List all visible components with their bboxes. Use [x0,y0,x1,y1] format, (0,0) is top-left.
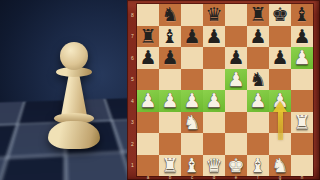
square-b3[interactable] [159,112,181,134]
black-pawn: ♟ [293,26,310,47]
black-pawn: ♟ [161,47,178,68]
square-b1[interactable]: ♜ [159,155,181,177]
square-b6[interactable]: ♟ [159,47,181,69]
square-a2[interactable] [137,133,159,155]
square-f5[interactable]: ♞ [247,69,269,91]
black-pawn: ♟ [139,47,156,68]
rank-label: 6 [129,47,136,69]
white-pawn: ♟ [161,90,178,111]
white-pawn: ♟ [183,90,200,111]
square-e4[interactable] [225,90,247,112]
square-e7[interactable] [225,26,247,48]
rank-label: 8 [129,4,136,26]
square-b8[interactable]: ♞ [159,4,181,26]
square-h2[interactable] [291,133,313,155]
black-pawn: ♟ [183,26,200,47]
white-pawn: ♟ [249,90,266,111]
white-pawn: ♟ [205,90,222,111]
black-bishop: ♝ [161,26,178,47]
square-f4[interactable]: ♟ [247,90,269,112]
white-pawn: ♟ [139,90,156,111]
square-c1[interactable]: ♝ [181,155,203,177]
square-a7[interactable]: ♜ [137,26,159,48]
file-label: g [269,176,291,180]
square-g5[interactable] [269,69,291,91]
rank-label: 7 [129,26,136,48]
square-h8[interactable]: ♝ [291,4,313,26]
black-bishop: ♝ [293,4,310,25]
file-labels: abcdefgh [137,176,313,180]
square-a5[interactable] [137,69,159,91]
pawn-photo [0,0,128,180]
square-e5[interactable]: ♟ [225,69,247,91]
white-rook: ♜ [161,155,178,176]
white-bishop: ♝ [183,155,200,176]
black-pawn: ♟ [271,47,288,68]
square-a6[interactable]: ♟ [137,47,159,69]
file-label: b [159,176,181,180]
white-rook: ♜ [293,112,310,133]
board-frame: 87654321 ♞♛♜♚♝♜♝♟♟♟♟♟♟♟♟♟♟♞♟♟♟♟♟♟♞♜♜♝♛♚♝… [127,0,320,180]
white-queen: ♛ [205,155,222,176]
square-f1[interactable]: ♝ [247,155,269,177]
square-g8[interactable]: ♚ [269,4,291,26]
black-pawn: ♟ [205,26,222,47]
black-rook: ♜ [139,26,156,47]
black-queen: ♛ [205,4,222,25]
white-pawn: ♟ [293,47,310,68]
square-f2[interactable] [247,133,269,155]
square-c2[interactable] [181,133,203,155]
file-label: f [247,176,269,180]
rank-label: 4 [129,90,136,112]
square-f8[interactable]: ♜ [247,4,269,26]
rank-label: 1 [129,155,136,177]
file-label: d [203,176,225,180]
square-d5[interactable] [203,69,225,91]
square-b4[interactable]: ♟ [159,90,181,112]
square-b2[interactable] [159,133,181,155]
square-h4[interactable] [291,90,313,112]
pawn-head [60,42,88,70]
square-g7[interactable] [269,26,291,48]
chess-board: ♞♛♜♚♝♜♝♟♟♟♟♟♟♟♟♟♟♞♟♟♟♟♟♟♞♜♜♝♛♚♝♞ [137,4,313,176]
square-c7[interactable]: ♟ [181,26,203,48]
black-pawn: ♟ [249,26,266,47]
video-thumbnail: 87654321 ♞♛♜♚♝♜♝♟♟♟♟♟♟♟♟♟♟♞♟♟♟♟♟♟♞♜♜♝♛♚♝… [0,0,320,180]
square-d8[interactable]: ♛ [203,4,225,26]
square-g2[interactable] [269,133,291,155]
square-g3[interactable] [269,112,291,134]
white-king: ♚ [227,155,244,176]
square-a1[interactable] [137,155,159,177]
square-c8[interactable] [181,4,203,26]
square-d6[interactable] [203,47,225,69]
square-e1[interactable]: ♚ [225,155,247,177]
square-h7[interactable]: ♟ [291,26,313,48]
square-e2[interactable] [225,133,247,155]
black-king: ♚ [271,4,288,25]
square-b7[interactable]: ♝ [159,26,181,48]
square-h5[interactable] [291,69,313,91]
square-c6[interactable] [181,47,203,69]
white-pawn: ♟ [271,90,288,111]
black-pawn: ♟ [227,47,244,68]
file-label: c [181,176,203,180]
white-bishop: ♝ [249,155,266,176]
rank-labels: 87654321 [129,4,136,176]
square-e6[interactable]: ♟ [225,47,247,69]
square-h1[interactable] [291,155,313,177]
square-e3[interactable] [225,112,247,134]
white-knight: ♞ [183,112,200,133]
square-d7[interactable]: ♟ [203,26,225,48]
file-label: a [137,176,159,180]
square-d4[interactable]: ♟ [203,90,225,112]
black-knight: ♞ [249,69,266,90]
square-a8[interactable] [137,4,159,26]
square-g4[interactable]: ♟ [269,90,291,112]
white-pawn: ♟ [227,69,244,90]
file-label: e [225,176,247,180]
pawn-body [61,74,87,116]
square-b5[interactable] [159,69,181,91]
black-knight: ♞ [161,4,178,25]
square-e8[interactable] [225,4,247,26]
square-c4[interactable]: ♟ [181,90,203,112]
pawn-base [48,121,100,149]
rank-label: 3 [129,112,136,134]
square-g1[interactable]: ♞ [269,155,291,177]
rank-label: 5 [129,69,136,91]
square-h6[interactable]: ♟ [291,47,313,69]
file-label: h [291,176,313,180]
square-f3[interactable] [247,112,269,134]
square-f6[interactable] [247,47,269,69]
square-h3[interactable]: ♜ [291,112,313,134]
square-f7[interactable]: ♟ [247,26,269,48]
square-d2[interactable] [203,133,225,155]
white-knight: ♞ [271,155,288,176]
square-c5[interactable] [181,69,203,91]
square-a4[interactable]: ♟ [137,90,159,112]
square-d1[interactable]: ♛ [203,155,225,177]
square-c3[interactable]: ♞ [181,112,203,134]
square-d3[interactable] [203,112,225,134]
square-g6[interactable]: ♟ [269,47,291,69]
square-a3[interactable] [137,112,159,134]
white-pawn-icon [46,42,102,154]
black-rook: ♜ [249,4,266,25]
rank-label: 2 [129,133,136,155]
